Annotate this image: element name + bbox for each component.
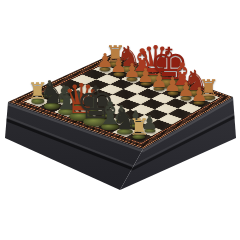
product-photo: ♜♞♟♝♟♛♟♚♟♝♟♞♟♟♜♟♟♜♟♟♞♟♝♟♛♟♚♟♝♟♞♜ <box>0 0 240 240</box>
